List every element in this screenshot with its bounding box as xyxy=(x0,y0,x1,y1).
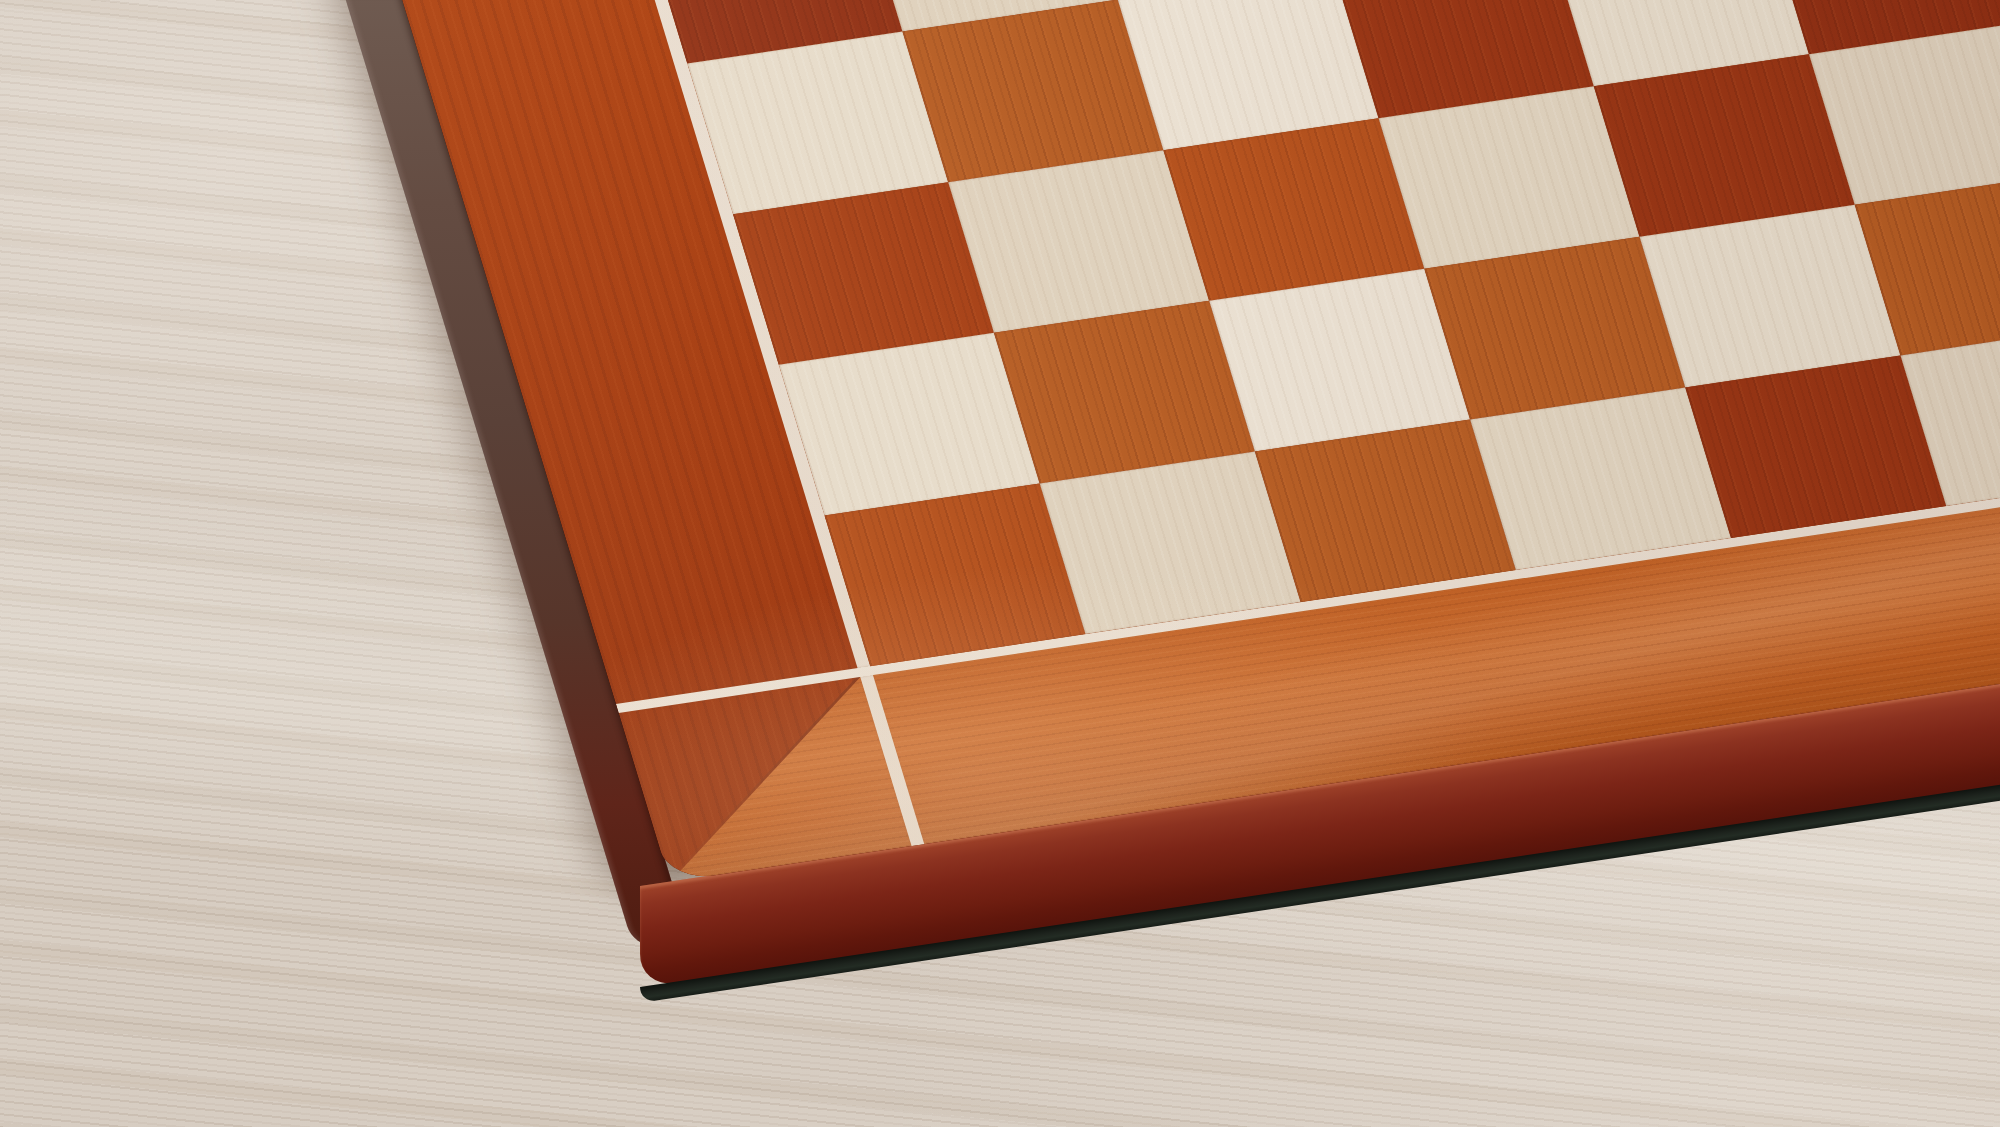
board-square-a3 xyxy=(733,182,994,365)
board-square-b2 xyxy=(994,301,1255,484)
board-square-d1 xyxy=(1470,387,1731,570)
board-square-a4 xyxy=(687,32,948,215)
board-square-b1 xyxy=(1040,451,1301,634)
board-square-c1 xyxy=(1255,419,1516,602)
board-square-a1 xyxy=(825,483,1086,666)
board-square-d3 xyxy=(1379,86,1640,269)
board-square-a2 xyxy=(779,333,1040,516)
board-square-e3 xyxy=(1594,54,1855,237)
board-square-b3 xyxy=(948,150,1209,333)
board-square-d2 xyxy=(1424,237,1685,420)
photo-scene xyxy=(0,0,2000,1127)
board-square-e1 xyxy=(1685,355,1946,538)
board-square-e2 xyxy=(1640,205,1901,388)
board-square-c2 xyxy=(1209,269,1470,452)
board-square-c3 xyxy=(1163,118,1424,301)
